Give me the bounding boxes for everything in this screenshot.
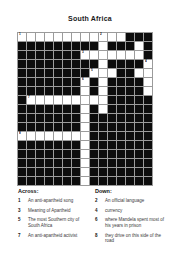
grid-cell[interactable] [144, 87, 152, 95]
black-cell [117, 177, 125, 185]
grid-cell[interactable] [36, 132, 44, 140]
black-cell [63, 177, 71, 185]
black-cell [108, 42, 116, 50]
black-cell [135, 159, 143, 167]
black-cell [45, 141, 53, 149]
black-cell [36, 177, 44, 185]
grid-cell[interactable]: 3 [81, 51, 89, 59]
clue-text: An anti-apartheid activist [28, 233, 95, 239]
grid-cell[interactable] [81, 96, 89, 104]
black-cell [90, 105, 98, 113]
down-clue: 4currency [95, 208, 174, 214]
black-cell [135, 33, 143, 41]
black-cell [99, 159, 107, 167]
black-cell [117, 42, 125, 50]
clue-number: 3 [82, 51, 84, 54]
black-cell [45, 150, 53, 158]
grid-cell[interactable] [36, 96, 44, 104]
black-cell [63, 159, 71, 167]
black-cell [72, 105, 80, 113]
clue-number: 6 [82, 78, 84, 81]
black-cell [126, 114, 134, 122]
grid-cell[interactable] [81, 168, 89, 176]
black-cell [90, 150, 98, 158]
black-cell [36, 69, 44, 77]
black-cell [45, 114, 53, 122]
black-cell [54, 177, 62, 185]
clue-num-label: 4 [95, 208, 105, 214]
black-cell [81, 69, 89, 77]
black-cell [117, 96, 125, 104]
black-cell [63, 69, 71, 77]
black-cell [54, 168, 62, 176]
grid-cell[interactable] [81, 87, 89, 95]
grid-cell[interactable] [117, 51, 125, 59]
clue-text: The most Southern city of South Africa [28, 217, 95, 228]
grid-cell[interactable] [81, 150, 89, 158]
black-cell [72, 42, 80, 50]
black-cell [81, 42, 89, 50]
black-cell [72, 168, 80, 176]
grid-cell[interactable] [144, 78, 152, 86]
black-cell [90, 141, 98, 149]
black-cell [144, 105, 152, 113]
grid-cell[interactable] [90, 96, 98, 104]
black-cell [99, 114, 107, 122]
black-cell [99, 177, 107, 185]
grid-cell[interactable] [72, 33, 80, 41]
black-cell [99, 132, 107, 140]
grid-cell[interactable] [108, 33, 116, 41]
black-cell [27, 159, 35, 167]
black-cell [45, 51, 53, 59]
grid-cell[interactable] [63, 33, 71, 41]
black-cell [54, 51, 62, 59]
grid-cell[interactable]: 4 [144, 60, 152, 68]
black-cell [27, 51, 35, 59]
black-cell [54, 42, 62, 50]
black-cell [72, 87, 80, 95]
black-cell [90, 123, 98, 131]
down-clue-list: 2An official language4currency6where Man… [95, 198, 174, 244]
grid-cell[interactable] [45, 96, 53, 104]
black-cell [135, 105, 143, 113]
black-cell [45, 177, 53, 185]
grid-cell[interactable] [135, 51, 143, 59]
black-cell [63, 105, 71, 113]
black-cell [90, 132, 98, 140]
down-header: Down: [95, 188, 174, 194]
black-cell [63, 51, 71, 59]
black-cell [36, 150, 44, 158]
black-cell [126, 168, 134, 176]
black-cell [27, 123, 35, 131]
grid-cell[interactable] [99, 105, 107, 113]
black-cell [126, 150, 134, 158]
grid-cell[interactable] [36, 33, 44, 41]
black-cell [45, 87, 53, 95]
grid-cell[interactable] [81, 141, 89, 149]
black-cell [45, 105, 53, 113]
black-cell [36, 78, 44, 86]
black-cell [126, 96, 134, 104]
black-cell [45, 168, 53, 176]
black-cell [126, 105, 134, 113]
black-cell [99, 123, 107, 131]
clue-number: 4 [145, 60, 147, 63]
black-cell [63, 123, 71, 131]
clue-text: where Mandela spent most of his years in… [105, 217, 174, 228]
black-cell [126, 60, 134, 68]
grid-cell[interactable] [81, 177, 89, 185]
black-cell [27, 42, 35, 50]
black-cell [108, 78, 116, 86]
black-cell [18, 105, 26, 113]
grid-cell[interactable] [99, 42, 107, 50]
black-cell [126, 33, 134, 41]
black-cell [90, 159, 98, 167]
black-cell [45, 159, 53, 167]
black-cell [108, 96, 116, 104]
black-cell [117, 60, 125, 68]
grid-cell[interactable] [27, 132, 35, 140]
grid-cell[interactable] [99, 51, 107, 59]
black-cell [72, 69, 80, 77]
black-cell [54, 87, 62, 95]
black-cell [36, 141, 44, 149]
grid-cell[interactable] [144, 69, 152, 77]
clue-text: currency [105, 208, 174, 214]
grid-cell[interactable] [90, 33, 98, 41]
black-cell [108, 105, 116, 113]
black-cell [90, 177, 98, 185]
black-cell [90, 87, 98, 95]
black-cell [126, 159, 134, 167]
clue-num-label: 2 [95, 198, 105, 204]
black-cell [144, 33, 152, 41]
across-clue: 3Meaning of Apartheid [18, 208, 95, 214]
black-cell [144, 150, 152, 158]
black-cell [135, 96, 143, 104]
clue-text: they drive on this side of the road [105, 233, 174, 244]
black-cell [135, 60, 143, 68]
black-cell [117, 78, 125, 86]
black-cell [117, 105, 125, 113]
grid-cell[interactable] [108, 51, 116, 59]
black-cell [18, 78, 26, 86]
black-cell [108, 168, 116, 176]
across-clue: 7An anti-apartheid activist [18, 233, 95, 239]
black-cell [45, 78, 53, 86]
black-cell [18, 159, 26, 167]
grid-cell[interactable] [99, 60, 107, 68]
black-cell [144, 51, 152, 59]
black-cell [81, 60, 89, 68]
black-cell [45, 69, 53, 77]
black-cell [36, 105, 44, 113]
grid-cell[interactable] [54, 33, 62, 41]
across-clue: 5The most Southern city of South Africa [18, 217, 95, 228]
grid-cell[interactable] [99, 87, 107, 95]
grid-cell[interactable]: 7 [27, 96, 35, 104]
black-cell [117, 132, 125, 140]
grid-cell[interactable] [54, 96, 62, 104]
black-cell [90, 42, 98, 50]
black-cell [63, 141, 71, 149]
black-cell [108, 114, 116, 122]
clue-section: Across: 1An anti-apartheid song3Meaning … [18, 188, 174, 248]
black-cell [54, 69, 62, 77]
black-cell [144, 96, 152, 104]
black-cell [27, 150, 35, 158]
black-cell [135, 114, 143, 122]
black-cell [27, 105, 35, 113]
black-cell [126, 177, 134, 185]
grid-cell[interactable]: 1 [18, 33, 26, 41]
black-cell [54, 150, 62, 158]
black-cell [36, 51, 44, 59]
grid-cell[interactable] [99, 78, 107, 86]
black-cell [135, 168, 143, 176]
black-cell [126, 42, 134, 50]
black-cell [27, 141, 35, 149]
black-cell [27, 87, 35, 95]
black-cell [54, 159, 62, 167]
black-cell [99, 168, 107, 176]
down-clue: 6where Mandela spent most of his years i… [95, 217, 174, 228]
grid-cell[interactable] [108, 69, 116, 77]
black-cell [18, 123, 26, 131]
black-cell [99, 141, 107, 149]
black-cell [18, 51, 26, 59]
black-cell [63, 114, 71, 122]
black-cell [18, 168, 26, 176]
black-cell [27, 69, 35, 77]
black-cell [99, 150, 107, 158]
black-cell [18, 87, 26, 95]
clue-num-label: 6 [95, 217, 105, 228]
black-cell [36, 114, 44, 122]
black-cell [54, 78, 62, 86]
clue-num-label: 1 [18, 198, 28, 204]
black-cell [54, 114, 62, 122]
black-cell [72, 123, 80, 131]
black-cell [63, 87, 71, 95]
black-cell [108, 141, 116, 149]
black-cell [63, 60, 71, 68]
clue-text: An official language [105, 198, 174, 204]
black-cell [117, 150, 125, 158]
black-cell [27, 114, 35, 122]
black-cell [117, 168, 125, 176]
grid-cell[interactable] [81, 132, 89, 140]
black-cell [117, 159, 125, 167]
black-cell [45, 60, 53, 68]
black-cell [144, 168, 152, 176]
black-cell [36, 168, 44, 176]
black-cell [72, 114, 80, 122]
grid-cell[interactable]: 6 [81, 78, 89, 86]
grid-cell[interactable]: 5 [90, 69, 98, 77]
grid-cell[interactable] [45, 132, 53, 140]
black-cell [54, 141, 62, 149]
black-cell [45, 123, 53, 131]
black-cell [126, 87, 134, 95]
black-cell [135, 132, 143, 140]
black-cell [135, 141, 143, 149]
clue-num-label: 5 [18, 217, 28, 228]
black-cell [72, 78, 80, 86]
black-cell [18, 69, 26, 77]
black-cell [54, 60, 62, 68]
black-cell [135, 150, 143, 158]
black-cell [108, 159, 116, 167]
black-cell [126, 123, 134, 131]
black-cell [144, 159, 152, 167]
black-cell [54, 123, 62, 131]
black-cell [108, 150, 116, 158]
clue-num-label: 7 [18, 233, 28, 239]
black-cell [36, 60, 44, 68]
black-cell [72, 159, 80, 167]
black-cell [90, 60, 98, 68]
across-header: Across: [18, 188, 95, 194]
black-cell [90, 78, 98, 86]
grid-cell[interactable] [81, 159, 89, 167]
clue-text: Meaning of Apartheid [28, 208, 95, 214]
black-cell [45, 42, 53, 50]
grid-cell[interactable] [135, 42, 143, 50]
clue-number: 5 [91, 69, 93, 72]
black-cell [117, 87, 125, 95]
grid-cell[interactable] [81, 33, 89, 41]
across-clue-list: 1An anti-apartheid song3Meaning of Apart… [18, 198, 95, 238]
black-cell [27, 60, 35, 68]
black-cell [27, 168, 35, 176]
black-cell [126, 69, 134, 77]
grid-cell[interactable] [99, 96, 107, 104]
black-cell [108, 132, 116, 140]
black-cell [135, 177, 143, 185]
grid-cell[interactable] [99, 69, 107, 77]
grid-cell[interactable] [63, 132, 71, 140]
black-cell [108, 87, 116, 95]
grid-cell[interactable] [81, 123, 89, 131]
black-cell [72, 51, 80, 59]
black-cell [90, 168, 98, 176]
worksheet-page: South Africa 12345678 Across: 1An anti-a… [0, 0, 180, 256]
clue-number: 2 [100, 33, 102, 36]
puzzle-title: South Africa [0, 15, 180, 22]
black-cell [54, 105, 62, 113]
grid-cell[interactable] [90, 51, 98, 59]
black-cell [117, 114, 125, 122]
across-clues-column: Across: 1An anti-apartheid song3Meaning … [18, 188, 95, 242]
black-cell [135, 78, 143, 86]
black-cell [27, 78, 35, 86]
black-cell [36, 123, 44, 131]
black-cell [144, 114, 152, 122]
black-cell [72, 141, 80, 149]
down-clue: 2An official language [95, 198, 174, 204]
black-cell [144, 42, 152, 50]
black-cell [18, 42, 26, 50]
black-cell [117, 69, 125, 77]
black-cell [63, 168, 71, 176]
grid-cell[interactable] [72, 96, 80, 104]
clue-num-label: 3 [18, 208, 28, 214]
black-cell [144, 141, 152, 149]
black-cell [126, 78, 134, 86]
clue-number: 7 [28, 96, 30, 99]
black-cell [126, 141, 134, 149]
grid-cell[interactable] [126, 51, 134, 59]
black-cell [108, 60, 116, 68]
grid-cell[interactable] [117, 33, 125, 41]
black-cell [126, 132, 134, 140]
black-cell [18, 96, 26, 104]
black-cell [36, 159, 44, 167]
clue-number: 8 [19, 132, 21, 135]
clue-num-label: 8 [95, 233, 105, 244]
black-cell [18, 150, 26, 158]
black-cell [72, 150, 80, 158]
grid-cell[interactable]: 8 [18, 132, 26, 140]
grid-cell[interactable] [63, 96, 71, 104]
grid-cell[interactable] [45, 33, 53, 41]
clue-number: 1 [19, 33, 21, 36]
black-cell [36, 42, 44, 50]
across-clue: 1An anti-apartheid song [18, 198, 95, 204]
crossword-grid: 12345678 [17, 32, 153, 186]
grid-cell[interactable] [135, 69, 143, 77]
black-cell [18, 177, 26, 185]
black-cell [135, 123, 143, 131]
black-cell [36, 87, 44, 95]
black-cell [117, 123, 125, 131]
grid-cell[interactable] [72, 132, 80, 140]
black-cell [117, 141, 125, 149]
black-cell [90, 114, 98, 122]
black-cell [72, 60, 80, 68]
black-cell [108, 177, 116, 185]
black-cell [135, 87, 143, 95]
black-cell [144, 177, 152, 185]
down-clue: 8they drive on this side of the road [95, 233, 174, 244]
down-clues-column: Down: 2An official language4currency6whe… [95, 188, 174, 248]
black-cell [144, 123, 152, 131]
black-cell [18, 114, 26, 122]
grid-cell[interactable] [81, 105, 89, 113]
black-cell [63, 78, 71, 86]
grid-cell[interactable]: 2 [99, 33, 107, 41]
grid-cell[interactable] [54, 132, 62, 140]
black-cell [72, 177, 80, 185]
black-cell [18, 141, 26, 149]
grid-cell[interactable] [81, 114, 89, 122]
black-cell [18, 60, 26, 68]
black-cell [63, 42, 71, 50]
black-cell [63, 150, 71, 158]
clue-text: An anti-apartheid song [28, 198, 95, 204]
black-cell [108, 123, 116, 131]
black-cell [27, 177, 35, 185]
grid-cell[interactable] [27, 33, 35, 41]
black-cell [144, 132, 152, 140]
